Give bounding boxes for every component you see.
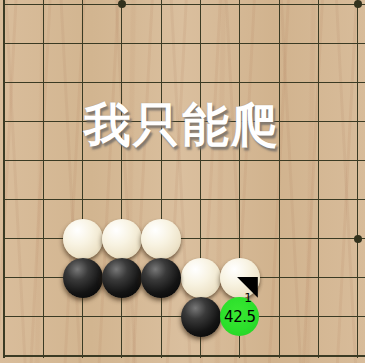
suggested-move-rank: 1: [244, 292, 252, 304]
star-point: [354, 0, 362, 8]
grid-line-horizontal: [3, 199, 365, 200]
grid-line-vertical: [121, 0, 122, 358]
white-stone: [181, 258, 221, 298]
white-stone: [63, 219, 103, 259]
suggested-move-marker[interactable]: 42.5: [220, 297, 259, 336]
black-stone: [141, 258, 181, 298]
grid-line-vertical: [279, 0, 280, 358]
grid-line-vertical: [43, 0, 44, 358]
suggested-move-score: 42.5: [224, 308, 255, 326]
grid-line-horizontal: [3, 4, 365, 5]
white-stone: [141, 219, 181, 259]
grid-line-horizontal: [3, 43, 365, 44]
black-stone: [102, 258, 142, 298]
star-point: [354, 235, 362, 243]
grid-line-horizontal: [3, 160, 365, 161]
grid-line-vertical: [357, 0, 358, 358]
grid-line-vertical: [82, 0, 83, 358]
grid-line-vertical: [3, 0, 5, 358]
grid-line-vertical: [161, 0, 162, 358]
grid-line-horizontal: [3, 82, 365, 83]
grid-line-horizontal: [3, 355, 365, 358]
caption-text: 我只能爬: [84, 101, 280, 148]
grid-line-vertical: [318, 0, 319, 358]
star-point: [118, 0, 126, 8]
white-stone: [102, 219, 142, 259]
go-board[interactable]: 我只能爬 42.51: [0, 0, 365, 363]
black-stone: [181, 297, 221, 337]
black-stone: [63, 258, 103, 298]
grid-line-horizontal: [3, 238, 365, 239]
